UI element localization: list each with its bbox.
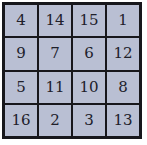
grid-cell-r2c0: 5 xyxy=(5,72,37,103)
grid-cell-r3c0: 16 xyxy=(5,105,37,136)
grid-cell-r1c0: 9 xyxy=(5,38,37,69)
puzzle-board: 4 14 15 1 9 7 6 12 5 11 10 8 16 2 3 13 xyxy=(2,2,142,139)
grid-cell-r3c2: 3 xyxy=(73,105,105,136)
grid-cell-r2c3: 8 xyxy=(107,72,139,103)
grid-cell-r1c2: 6 xyxy=(73,38,105,69)
grid-cell-r3c3: 13 xyxy=(107,105,139,136)
grid-cell-r0c0: 4 xyxy=(5,5,37,36)
grid-cell-r0c3: 1 xyxy=(107,5,139,36)
grid-cell-r0c1: 14 xyxy=(39,5,71,36)
grid-cell-r2c2: 10 xyxy=(73,72,105,103)
grid-cell-r1c1: 7 xyxy=(39,38,71,69)
grid-cell-r3c1: 2 xyxy=(39,105,71,136)
magic-square-diagram: 4 14 15 1 9 7 6 12 5 11 10 8 16 2 3 13 xyxy=(0,0,147,145)
grid-cell-r0c2: 15 xyxy=(73,5,105,36)
grid-cell-r2c1: 11 xyxy=(39,72,71,103)
grid-cell-r1c3: 12 xyxy=(107,38,139,69)
